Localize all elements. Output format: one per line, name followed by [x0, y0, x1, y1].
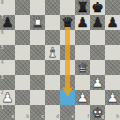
piece-white-rook-c7[interactable]: ♜ [31, 16, 43, 30]
square-g3[interactable]: ♟ [90, 75, 105, 90]
square-c8[interactable] [30, 0, 45, 15]
piece-black-rook-f8[interactable]: ♜ [76, 1, 88, 15]
square-b8[interactable] [15, 0, 30, 15]
square-d8[interactable] [45, 0, 60, 15]
chess-board: 8♜♚7♟♜♛♟♟♟65♝4♛3♟2♟♟♟1abcdefg♚h [0, 0, 120, 120]
square-e2-highlighted[interactable] [60, 90, 75, 105]
square-d1[interactable]: d [45, 105, 60, 120]
square-a6[interactable]: 6 [0, 30, 15, 45]
rank-label-6: 6 [1, 31, 4, 36]
square-f5[interactable] [75, 45, 90, 60]
square-a3[interactable]: 3 [0, 75, 15, 90]
file-label-h: h [116, 115, 119, 120]
square-g2[interactable] [90, 90, 105, 105]
square-c5[interactable] [30, 45, 45, 60]
square-d5[interactable]: ♝ [45, 45, 60, 60]
square-h3[interactable] [105, 75, 120, 90]
piece-white-pawn-h2[interactable]: ♟ [106, 91, 118, 105]
file-label-d: d [56, 115, 59, 120]
square-e7[interactable]: ♛ [60, 15, 75, 30]
piece-white-pawn-a2[interactable]: ♟ [1, 91, 13, 105]
square-g4[interactable] [90, 60, 105, 75]
square-c6[interactable] [30, 30, 45, 45]
piece-black-pawn-a7[interactable]: ♟ [1, 16, 13, 30]
piece-white-pawn-f2[interactable]: ♟ [76, 91, 88, 105]
square-f7[interactable]: ♟ [75, 15, 90, 30]
square-b7[interactable] [15, 15, 30, 30]
square-h5[interactable] [105, 45, 120, 60]
square-a2[interactable]: 2♟ [0, 90, 15, 105]
rank-label-3: 3 [1, 76, 4, 81]
square-b3[interactable] [15, 75, 30, 90]
square-a8[interactable]: 8 [0, 0, 15, 15]
square-a5[interactable]: 5 [0, 45, 15, 60]
square-c4[interactable] [30, 60, 45, 75]
square-d2[interactable] [45, 90, 60, 105]
square-e1[interactable]: e [60, 105, 75, 120]
square-g6[interactable] [90, 30, 105, 45]
piece-black-pawn-h7[interactable]: ♟ [106, 16, 118, 30]
piece-white-bishop-d5[interactable]: ♝ [46, 46, 58, 60]
piece-black-pawn-g7[interactable]: ♟ [91, 16, 103, 30]
file-label-b: b [26, 115, 29, 120]
file-label-e: e [71, 115, 74, 120]
square-f3[interactable] [75, 75, 90, 90]
piece-white-queen-f4[interactable]: ♛ [76, 61, 88, 75]
square-b5[interactable] [15, 45, 30, 60]
rank-label-4: 4 [1, 61, 4, 66]
square-f8[interactable]: ♜ [75, 0, 90, 15]
file-label-f: f [88, 115, 90, 120]
square-g7[interactable]: ♟ [90, 15, 105, 30]
square-c7[interactable]: ♜ [30, 15, 45, 30]
square-g5[interactable] [90, 45, 105, 60]
rank-label-8: 8 [1, 1, 4, 6]
square-d6[interactable] [45, 30, 60, 45]
square-f1[interactable]: f [75, 105, 90, 120]
square-c2[interactable] [30, 90, 45, 105]
square-f6[interactable] [75, 30, 90, 45]
square-b4[interactable] [15, 60, 30, 75]
square-d4[interactable] [45, 60, 60, 75]
square-f4[interactable]: ♛ [75, 60, 90, 75]
file-label-a: a [11, 115, 14, 120]
square-g1[interactable]: g♚ [90, 105, 105, 120]
square-f2[interactable]: ♟ [75, 90, 90, 105]
square-h1[interactable]: h [105, 105, 120, 120]
square-c1[interactable]: c [30, 105, 45, 120]
square-a4[interactable]: 4 [0, 60, 15, 75]
piece-white-pawn-g3[interactable]: ♟ [91, 76, 103, 90]
square-e6[interactable] [60, 30, 75, 45]
square-g8[interactable]: ♚ [90, 0, 105, 15]
square-e3[interactable] [60, 75, 75, 90]
square-a7[interactable]: 7♟ [0, 15, 15, 30]
square-h2[interactable]: ♟ [105, 90, 120, 105]
square-h4[interactable] [105, 60, 120, 75]
square-b2[interactable] [15, 90, 30, 105]
square-c3[interactable] [30, 75, 45, 90]
piece-white-king-g1[interactable]: ♚ [91, 106, 103, 120]
square-e4[interactable] [60, 60, 75, 75]
square-h7[interactable]: ♟ [105, 15, 120, 30]
rank-label-5: 5 [1, 46, 4, 51]
square-d3[interactable] [45, 75, 60, 90]
square-b6[interactable] [15, 30, 30, 45]
piece-black-queen-e7[interactable]: ♛ [61, 16, 73, 30]
square-b1[interactable]: b [15, 105, 30, 120]
square-e8[interactable] [60, 0, 75, 15]
file-label-c: c [41, 115, 44, 120]
square-h8[interactable] [105, 0, 120, 15]
piece-black-pawn-f7[interactable]: ♟ [76, 16, 88, 30]
square-a1[interactable]: 1a [0, 105, 15, 120]
square-h6[interactable] [105, 30, 120, 45]
square-e5[interactable] [60, 45, 75, 60]
square-d7[interactable] [45, 15, 60, 30]
piece-black-king-g8[interactable]: ♚ [91, 1, 103, 15]
rank-label-1: 1 [1, 106, 4, 111]
